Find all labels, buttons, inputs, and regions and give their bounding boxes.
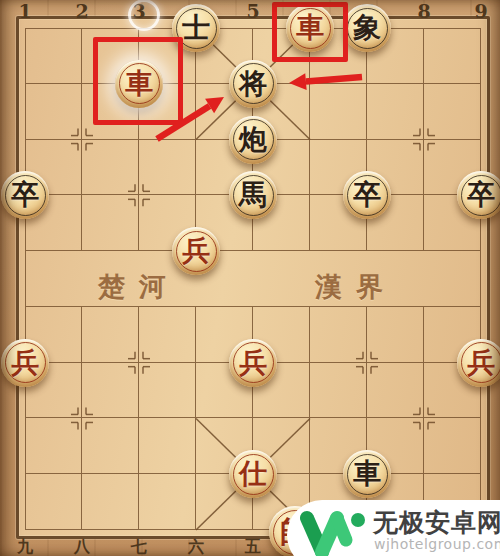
watermark-site-url: wjhotelgroup.com	[374, 536, 500, 552]
file-label-bottom: 五	[240, 537, 266, 556]
file-label-bottom: 九	[12, 537, 38, 556]
piece-char: 象	[353, 14, 381, 42]
piece-char: 炮	[239, 126, 267, 154]
board-cell	[424, 28, 481, 84]
piece-black-soldier[interactable]: 卒	[457, 171, 500, 219]
board-cell	[25, 28, 82, 84]
board-cell	[367, 363, 424, 419]
watermark-site-name: 无极安卓网	[373, 506, 500, 539]
board-cell	[367, 84, 424, 140]
board-cell	[424, 84, 481, 140]
piece-black-soldier[interactable]: 卒	[1, 171, 49, 219]
red-highlight-box	[93, 37, 183, 125]
file-label-top: 8	[411, 0, 437, 22]
piece-red-advisor[interactable]: 仕	[229, 450, 277, 498]
board-cell	[253, 251, 310, 307]
file-label-bottom: 七	[126, 537, 152, 556]
piece-black-general[interactable]: 将	[229, 60, 277, 108]
piece-char: 兵	[239, 349, 267, 377]
piece-char: 兵	[467, 349, 495, 377]
piece-black-elephant[interactable]: 象	[343, 4, 391, 52]
board-cell	[82, 418, 139, 474]
board-cell	[139, 418, 196, 474]
board-cell	[82, 195, 139, 251]
piece-char: 兵	[11, 349, 39, 377]
file-label-top: 1	[12, 0, 38, 22]
move-glow-ring	[128, 0, 160, 31]
piece-black-chariot[interactable]: 車	[343, 450, 391, 498]
river-text-han-jie: 漢界	[315, 269, 397, 305]
board-cell	[82, 140, 139, 196]
piece-black-horse[interactable]: 馬	[229, 171, 277, 219]
board-cell	[424, 251, 481, 307]
file-label-top: 5	[240, 0, 266, 22]
piece-char: 卒	[11, 181, 39, 209]
board-cell	[424, 418, 481, 474]
river-text-chu-he: 楚河	[98, 269, 180, 305]
piece-red-soldier[interactable]: 兵	[229, 339, 277, 387]
board-cell	[139, 474, 196, 530]
board-cell	[139, 307, 196, 363]
piece-red-soldier[interactable]: 兵	[457, 339, 500, 387]
board-cell	[310, 84, 367, 140]
piece-red-soldier[interactable]: 兵	[172, 227, 220, 275]
piece-char: 車	[353, 460, 381, 488]
board-cell	[310, 363, 367, 419]
board-cell	[25, 251, 82, 307]
board-cell	[82, 307, 139, 363]
file-label-bottom: 八	[69, 537, 95, 556]
piece-char: 卒	[353, 181, 381, 209]
piece-char: 卒	[467, 181, 495, 209]
piece-char: 兵	[182, 237, 210, 265]
board-cell	[139, 140, 196, 196]
board-cell	[367, 307, 424, 363]
board-cell	[25, 418, 82, 474]
piece-red-soldier[interactable]: 兵	[1, 339, 49, 387]
piece-char: 将	[239, 70, 267, 98]
piece-char: 士	[182, 14, 210, 42]
piece-char: 仕	[239, 460, 267, 488]
red-highlight-box	[272, 2, 348, 62]
board-cell	[82, 474, 139, 530]
file-label-top: 9	[468, 0, 494, 22]
board-cell	[82, 363, 139, 419]
w-logo-icon	[299, 504, 369, 556]
board-cell	[25, 474, 82, 530]
piece-black-cannon[interactable]: 炮	[229, 116, 277, 164]
board-cell	[139, 363, 196, 419]
piece-black-soldier[interactable]: 卒	[343, 171, 391, 219]
file-label-bottom: 六	[183, 537, 209, 556]
board-cell	[310, 307, 367, 363]
board-cell	[25, 84, 82, 140]
piece-char: 馬	[239, 181, 267, 209]
file-label-top: 2	[69, 0, 95, 22]
watermark-panel: 无极安卓网 wjhotelgroup.com	[287, 500, 500, 556]
xiangqi-board-screenshot: 楚河 漢界 123456789九八七六五四三二一 士車象車将炮卒馬卒卒兵兵兵兵仕…	[0, 0, 500, 556]
